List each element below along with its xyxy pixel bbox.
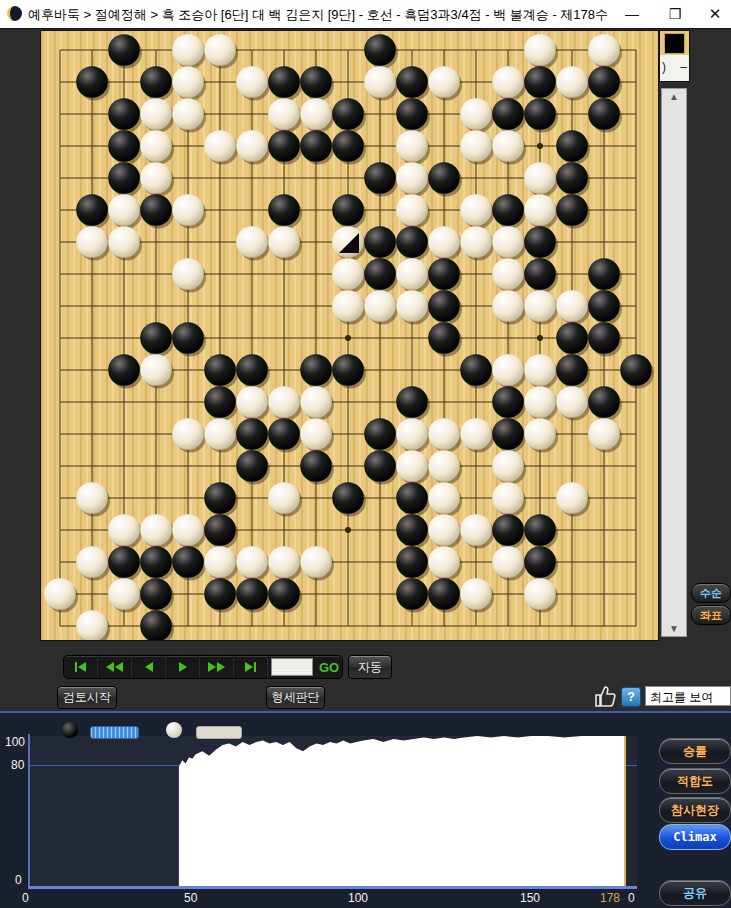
climax-button[interactable]: Climax: [659, 824, 731, 850]
back-icon: [145, 662, 153, 672]
fast-back-button[interactable]: [98, 656, 132, 678]
last-move-button[interactable]: [234, 656, 268, 678]
share-button[interactable]: 공유: [659, 880, 731, 906]
sequence-button[interactable]: 수순: [691, 583, 731, 603]
back-button[interactable]: [132, 656, 166, 678]
forward-button[interactable]: [166, 656, 200, 678]
winrate-chart-panel: 100 80 0 0 50 100 150 178 0 승률 적합도 참사현장 …: [0, 713, 731, 908]
winrate-area-chart: [0, 713, 648, 908]
x-tick-current-move: 178: [600, 891, 620, 905]
x-tick-0: 0: [22, 891, 29, 905]
y-tick-100: 100: [5, 735, 25, 749]
app-icon: [7, 6, 22, 21]
window-title: 예후바둑 > 절예정해 > 흑 조승아 [6단] 대 백 김은지 [9단] - …: [28, 6, 608, 24]
y-tick-80: 80: [11, 758, 24, 772]
move-navigation-bar: GO: [63, 655, 343, 679]
help-button[interactable]: ?: [621, 687, 641, 707]
move-number-input[interactable]: [271, 658, 313, 676]
title-bar: 예후바둑 > 절예정해 > 흑 조승아 [6단] 대 백 김은지 [9단] - …: [0, 0, 731, 29]
legend-black-bar[interactable]: [90, 726, 139, 739]
fast-forward-button[interactable]: [200, 656, 234, 678]
legend-black-stone-icon[interactable]: [62, 722, 78, 738]
first-move-icon: [78, 662, 86, 672]
scroll-down-icon[interactable]: ▼: [662, 623, 686, 634]
go-button[interactable]: GO: [316, 660, 342, 675]
black-stone-swatch: [664, 33, 685, 54]
position-judge-button[interactable]: 형세판단: [266, 686, 325, 709]
legend-white-stone-icon[interactable]: [166, 722, 182, 738]
fitness-button[interactable]: 적합도: [659, 768, 731, 794]
x-tick-100: 100: [348, 891, 368, 905]
review-start-button[interactable]: 검토시작: [57, 686, 117, 709]
forward-icon: [179, 662, 187, 672]
scroll-up-icon[interactable]: ▲: [662, 91, 686, 102]
x-tick-150: 150: [520, 891, 540, 905]
stone-color-panel: ) –: [659, 30, 690, 82]
close-button[interactable]: ✕: [705, 4, 725, 24]
first-move-button[interactable]: [64, 656, 98, 678]
go-board[interactable]: [40, 30, 659, 641]
thumbs-up-icon[interactable]: [593, 683, 617, 709]
winrate-button[interactable]: 승률: [659, 738, 731, 764]
fast-back-icon: [115, 662, 123, 672]
fast-forward-icon: [217, 662, 225, 672]
auto-play-button[interactable]: 자동: [348, 655, 392, 679]
x-tick-right-0: 0: [628, 891, 635, 905]
coords-button[interactable]: 좌표: [691, 605, 731, 625]
white-stone-swatch: ) –: [660, 55, 689, 81]
board-scrollbar[interactable]: ▲ ▼: [661, 88, 687, 637]
maximize-button[interactable]: ❒: [665, 4, 685, 24]
go-board-svg: [41, 31, 658, 640]
go-review-app: 예후바둑 > 절예정해 > 흑 조승아 [6단] 대 백 김은지 [9단] - …: [0, 0, 731, 908]
minimize-button[interactable]: —: [622, 4, 642, 24]
paren-mark: ): [662, 60, 666, 74]
x-tick-50: 50: [184, 891, 197, 905]
disaster-button[interactable]: 참사현장: [659, 797, 731, 823]
legend-white-bar[interactable]: [196, 726, 242, 739]
y-axis-line: [28, 734, 30, 888]
show-best-box[interactable]: 최고를 보여: [645, 686, 731, 706]
dash-mark: –: [680, 60, 687, 74]
x-axis-line: [28, 886, 637, 889]
y-tick-0: 0: [15, 873, 22, 887]
last-move-icon: [245, 662, 253, 672]
